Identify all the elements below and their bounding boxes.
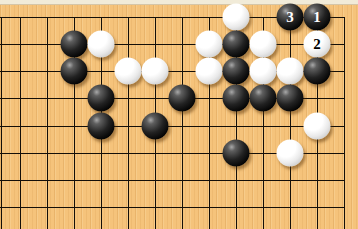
black-stone (142, 113, 169, 140)
grid-line (47, 17, 48, 229)
grid-line (128, 17, 129, 229)
white-stone-move-2: 2 (304, 31, 331, 58)
white-stone (277, 140, 304, 167)
white-stone (196, 31, 223, 58)
white-stone (277, 58, 304, 85)
black-stone (277, 85, 304, 112)
move-number-label: 2 (313, 37, 321, 52)
white-stone (115, 58, 142, 85)
grid-line (0, 180, 345, 181)
grid-line (0, 126, 345, 127)
black-stone (223, 58, 250, 85)
grid-line (344, 17, 345, 229)
white-stone (250, 58, 277, 85)
white-stone (250, 31, 277, 58)
black-stone-move-1: 1 (304, 4, 331, 31)
white-stone (142, 58, 169, 85)
black-stone-move-3: 3 (277, 4, 304, 31)
white-stone (196, 58, 223, 85)
grid-line (0, 207, 345, 208)
grid-line (0, 44, 345, 45)
move-number-label: 1 (313, 10, 321, 25)
cropped-edge-line (1, 17, 2, 229)
move-number-label: 3 (286, 10, 294, 25)
grid-line (20, 17, 21, 229)
grid-line (290, 17, 291, 229)
white-stone (304, 113, 331, 140)
black-stone (88, 113, 115, 140)
go-board-diagram: 312 (0, 0, 358, 229)
black-stone (223, 140, 250, 167)
board-top-edge-highlight (0, 0, 358, 5)
black-stone (61, 31, 88, 58)
black-stone (61, 58, 88, 85)
white-stone (88, 31, 115, 58)
grid-line (182, 17, 183, 229)
black-stone (223, 31, 250, 58)
white-stone (223, 4, 250, 31)
black-stone (250, 85, 277, 112)
black-stone (223, 85, 250, 112)
black-stone (304, 58, 331, 85)
black-stone (169, 85, 196, 112)
black-stone (88, 85, 115, 112)
